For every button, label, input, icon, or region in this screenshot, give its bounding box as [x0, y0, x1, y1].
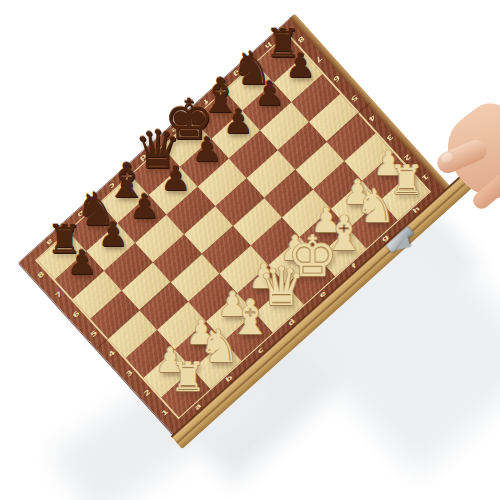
board-squares-grid: ♜♞♝♛♚♝♞♜♟♟♟♟♟♟♟♟♟♟♟♟♟♟♟♟♜♞♝♛♚♝♞♜ [37, 35, 428, 417]
piece-glyph: ♟ [97, 217, 127, 251]
piece-glyph: ♜ [170, 357, 206, 397]
chess-board: ♜♞♝♛♚♝♞♜♟♟♟♟♟♟♟♟♟♟♟♟♟♟♟♟♜♞♝♛♚♝♞♜ 88aa77b… [19, 17, 448, 436]
piece-glyph: ♟ [222, 104, 252, 138]
piece-glyph: ♟ [129, 188, 159, 222]
piece-glyph: ♟ [191, 132, 221, 166]
thumb-nail [438, 150, 455, 166]
product-photo: ♜♞♝♛♚♝♞♜♟♟♟♟♟♟♟♟♟♟♟♟♟♟♟♟♜♞♝♛♚♝♞♜ 88aa77b… [0, 0, 500, 500]
piece-glyph: ♟ [160, 160, 190, 194]
piece-glyph: ♟ [253, 76, 283, 110]
board-frame: ♜♞♝♛♚♝♞♜♟♟♟♟♟♟♟♟♟♟♟♟♟♟♟♟♜♞♝♛♚♝♞♜ 88aa77b… [19, 17, 448, 436]
piece-glyph: ♟ [66, 245, 96, 279]
piece-glyph: ♟ [285, 48, 315, 82]
